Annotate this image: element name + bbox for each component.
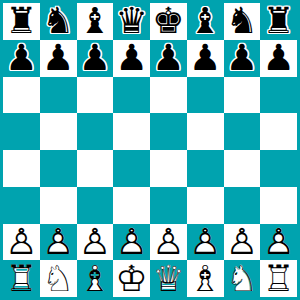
square-d6[interactable] (113, 77, 150, 114)
black-pawn-piece[interactable]: ♟ (150, 40, 187, 77)
white-pawn-piece[interactable]: ♟♙ (260, 224, 297, 261)
square-e1[interactable]: ♛♕ (150, 260, 187, 297)
square-c6[interactable] (77, 77, 114, 114)
square-c7[interactable]: ♟ (77, 40, 114, 77)
black-knight-piece[interactable]: ♞ (224, 3, 261, 40)
black-pawn-piece[interactable]: ♟ (3, 40, 40, 77)
white-knight-piece[interactable]: ♞♘ (40, 260, 77, 297)
square-d5[interactable] (113, 113, 150, 150)
square-e3[interactable] (150, 187, 187, 224)
white-pawn-piece[interactable]: ♟♙ (40, 224, 77, 261)
square-c2[interactable]: ♟♙ (77, 224, 114, 261)
square-f1[interactable]: ♝♗ (187, 260, 224, 297)
piece-outline-layer: ♙ (40, 224, 77, 261)
square-b6[interactable] (40, 77, 77, 114)
black-knight-piece[interactable]: ♞ (40, 3, 77, 40)
piece-outline-layer: ♗ (77, 260, 114, 297)
piece-outline-layer: ♘ (224, 260, 261, 297)
square-b2[interactable]: ♟♙ (40, 224, 77, 261)
piece-outline-layer: ♕ (150, 260, 187, 297)
white-pawn-piece[interactable]: ♟♙ (3, 224, 40, 261)
square-b8[interactable]: ♞ (40, 3, 77, 40)
square-e4[interactable] (150, 150, 187, 187)
square-a7[interactable]: ♟ (3, 40, 40, 77)
square-a2[interactable]: ♟♙ (3, 224, 40, 261)
white-pawn-piece[interactable]: ♟♙ (77, 224, 114, 261)
square-f8[interactable]: ♝ (187, 3, 224, 40)
square-h2[interactable]: ♟♙ (260, 224, 297, 261)
square-a8[interactable]: ♜ (3, 3, 40, 40)
white-bishop-piece[interactable]: ♝♗ (187, 260, 224, 297)
piece-outline-layer: ♘ (40, 260, 77, 297)
white-bishop-piece[interactable]: ♝♗ (77, 260, 114, 297)
piece-outline-layer: ♙ (224, 224, 261, 261)
black-rook-piece[interactable]: ♜ (3, 3, 40, 40)
square-b1[interactable]: ♞♘ (40, 260, 77, 297)
white-pawn-piece[interactable]: ♟♙ (113, 224, 150, 261)
piece-outline-layer: ♙ (187, 224, 224, 261)
square-c4[interactable] (77, 150, 114, 187)
square-h1[interactable]: ♜♖ (260, 260, 297, 297)
square-d3[interactable] (113, 187, 150, 224)
square-b3[interactable] (40, 187, 77, 224)
piece-outline-layer: ♙ (77, 224, 114, 261)
square-g2[interactable]: ♟♙ (224, 224, 261, 261)
black-queen-piece[interactable]: ♛ (113, 3, 150, 40)
white-pawn-piece[interactable]: ♟♙ (187, 224, 224, 261)
square-b5[interactable] (40, 113, 77, 150)
square-f4[interactable] (187, 150, 224, 187)
square-a3[interactable] (3, 187, 40, 224)
square-e5[interactable] (150, 113, 187, 150)
square-e7[interactable]: ♟ (150, 40, 187, 77)
black-pawn-piece[interactable]: ♟ (77, 40, 114, 77)
piece-outline-layer: ♖ (260, 260, 297, 297)
square-f6[interactable] (187, 77, 224, 114)
square-g1[interactable]: ♞♘ (224, 260, 261, 297)
square-a5[interactable] (3, 113, 40, 150)
square-f3[interactable] (187, 187, 224, 224)
square-d2[interactable]: ♟♙ (113, 224, 150, 261)
square-c8[interactable]: ♝ (77, 3, 114, 40)
square-f7[interactable]: ♟ (187, 40, 224, 77)
chess-board: ♜♞♝♛♚♝♞♜♟♟♟♟♟♟♟♟♟♙♟♙♟♙♟♙♟♙♟♙♟♙♟♙♜♖♞♘♝♗♚♔… (3, 3, 297, 297)
square-a4[interactable] (3, 150, 40, 187)
square-g7[interactable]: ♟ (224, 40, 261, 77)
square-g3[interactable] (224, 187, 261, 224)
square-a1[interactable]: ♜♖ (3, 260, 40, 297)
square-d1[interactable]: ♚♔ (113, 260, 150, 297)
square-h4[interactable] (260, 150, 297, 187)
white-king-piece[interactable]: ♚♔ (113, 260, 150, 297)
black-pawn-piece[interactable]: ♟ (260, 40, 297, 77)
square-e6[interactable] (150, 77, 187, 114)
square-f5[interactable] (187, 113, 224, 150)
square-b4[interactable] (40, 150, 77, 187)
square-e2[interactable]: ♟♙ (150, 224, 187, 261)
black-pawn-piece[interactable]: ♟ (224, 40, 261, 77)
white-queen-piece[interactable]: ♛♕ (150, 260, 187, 297)
white-pawn-piece[interactable]: ♟♙ (150, 224, 187, 261)
square-g6[interactable] (224, 77, 261, 114)
square-g5[interactable] (224, 113, 261, 150)
black-pawn-piece[interactable]: ♟ (113, 40, 150, 77)
square-f2[interactable]: ♟♙ (187, 224, 224, 261)
square-d8[interactable]: ♛ (113, 3, 150, 40)
piece-outline-layer: ♙ (3, 224, 40, 261)
piece-outline-layer: ♖ (3, 260, 40, 297)
square-c5[interactable] (77, 113, 114, 150)
piece-outline-layer: ♙ (260, 224, 297, 261)
square-g8[interactable]: ♞ (224, 3, 261, 40)
black-bishop-piece[interactable]: ♝ (77, 3, 114, 40)
piece-outline-layer: ♔ (113, 260, 150, 297)
square-d7[interactable]: ♟ (113, 40, 150, 77)
square-h3[interactable] (260, 187, 297, 224)
square-b7[interactable]: ♟ (40, 40, 77, 77)
square-a6[interactable] (3, 77, 40, 114)
square-h5[interactable] (260, 113, 297, 150)
white-pawn-piece[interactable]: ♟♙ (224, 224, 261, 261)
square-e8[interactable]: ♚ (150, 3, 187, 40)
white-knight-piece[interactable]: ♞♘ (224, 260, 261, 297)
square-h8[interactable]: ♜ (260, 3, 297, 40)
square-h6[interactable] (260, 77, 297, 114)
white-rook-piece[interactable]: ♜♖ (3, 260, 40, 297)
black-bishop-piece[interactable]: ♝ (187, 3, 224, 40)
piece-outline-layer: ♙ (150, 224, 187, 261)
chess-board-frame: ♜♞♝♛♚♝♞♜♟♟♟♟♟♟♟♟♟♙♟♙♟♙♟♙♟♙♟♙♟♙♟♙♜♖♞♘♝♗♚♔… (0, 0, 300, 300)
white-rook-piece[interactable]: ♜♖ (260, 260, 297, 297)
piece-outline-layer: ♗ (187, 260, 224, 297)
square-c1[interactable]: ♝♗ (77, 260, 114, 297)
square-c3[interactable] (77, 187, 114, 224)
square-d4[interactable] (113, 150, 150, 187)
black-rook-piece[interactable]: ♜ (260, 3, 297, 40)
square-g4[interactable] (224, 150, 261, 187)
square-h7[interactable]: ♟ (260, 40, 297, 77)
black-pawn-piece[interactable]: ♟ (187, 40, 224, 77)
black-king-piece[interactable]: ♚ (150, 3, 187, 40)
black-pawn-piece[interactable]: ♟ (40, 40, 77, 77)
piece-outline-layer: ♙ (113, 224, 150, 261)
